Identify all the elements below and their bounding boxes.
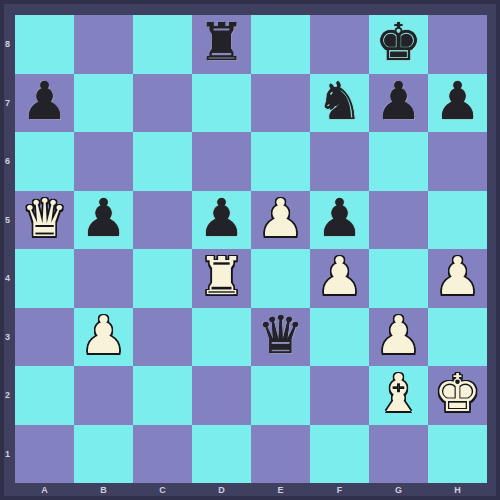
rank-label-2: 2 [0, 366, 15, 425]
white-pawn[interactable]: ♟ [257, 192, 304, 244]
square-a2[interactable] [15, 366, 74, 425]
file-label-h: H [428, 483, 487, 497]
rank-label-7: 7 [0, 74, 15, 133]
black-pawn[interactable]: ♟ [375, 75, 422, 127]
square-h2[interactable]: ♚ [428, 366, 487, 425]
file-label-f: F [310, 483, 369, 497]
square-a1[interactable] [15, 425, 74, 484]
black-pawn[interactable]: ♟ [80, 192, 127, 244]
black-king[interactable]: ♚ [375, 16, 422, 68]
white-pawn[interactable]: ♟ [80, 309, 127, 361]
black-queen[interactable]: ♛ [257, 309, 304, 361]
square-d7[interactable] [192, 74, 251, 133]
black-pawn[interactable]: ♟ [316, 192, 363, 244]
rank-label-8: 8 [0, 15, 15, 74]
black-pawn[interactable]: ♟ [21, 75, 68, 127]
square-f3[interactable] [310, 308, 369, 367]
square-a4[interactable] [15, 249, 74, 308]
square-c1[interactable] [133, 425, 192, 484]
square-b7[interactable] [74, 74, 133, 133]
black-pawn[interactable]: ♟ [198, 192, 245, 244]
square-h8[interactable] [428, 15, 487, 74]
white-pawn[interactable]: ♟ [375, 309, 422, 361]
file-label-b: B [74, 483, 133, 497]
white-pawn[interactable]: ♟ [316, 250, 363, 302]
square-d5[interactable]: ♟ [192, 191, 251, 250]
square-f4[interactable]: ♟ [310, 249, 369, 308]
file-labels: ABCDEFGH [15, 483, 487, 497]
black-rook[interactable]: ♜ [198, 16, 245, 68]
square-d1[interactable] [192, 425, 251, 484]
square-b6[interactable] [74, 132, 133, 191]
square-h5[interactable] [428, 191, 487, 250]
rank-label-1: 1 [0, 425, 15, 484]
square-a6[interactable] [15, 132, 74, 191]
square-f5[interactable]: ♟ [310, 191, 369, 250]
square-f8[interactable] [310, 15, 369, 74]
white-king[interactable]: ♚ [434, 367, 481, 419]
file-label-d: D [192, 483, 251, 497]
square-a3[interactable] [15, 308, 74, 367]
chess-board: ♜♚♟♞♟♟♛♟♟♟♟♜♟♟♟♛♟♝♚ [15, 15, 487, 483]
rank-label-3: 3 [0, 308, 15, 367]
file-label-c: C [133, 483, 192, 497]
square-c2[interactable] [133, 366, 192, 425]
square-f1[interactable] [310, 425, 369, 484]
square-e3[interactable]: ♛ [251, 308, 310, 367]
square-c3[interactable] [133, 308, 192, 367]
square-b4[interactable] [74, 249, 133, 308]
square-e7[interactable] [251, 74, 310, 133]
square-f6[interactable] [310, 132, 369, 191]
rank-label-5: 5 [0, 191, 15, 250]
square-f7[interactable]: ♞ [310, 74, 369, 133]
square-g4[interactable] [369, 249, 428, 308]
square-e5[interactable]: ♟ [251, 191, 310, 250]
square-d2[interactable] [192, 366, 251, 425]
square-g7[interactable]: ♟ [369, 74, 428, 133]
square-a5[interactable]: ♛ [15, 191, 74, 250]
square-h3[interactable] [428, 308, 487, 367]
file-label-a: A [15, 483, 74, 497]
square-c4[interactable] [133, 249, 192, 308]
white-bishop[interactable]: ♝ [375, 367, 422, 419]
black-knight[interactable]: ♞ [316, 75, 363, 127]
square-c5[interactable] [133, 191, 192, 250]
square-c6[interactable] [133, 132, 192, 191]
square-b3[interactable]: ♟ [74, 308, 133, 367]
square-g1[interactable] [369, 425, 428, 484]
square-g8[interactable]: ♚ [369, 15, 428, 74]
rank-label-6: 6 [0, 132, 15, 191]
square-e2[interactable] [251, 366, 310, 425]
square-g5[interactable] [369, 191, 428, 250]
square-a7[interactable]: ♟ [15, 74, 74, 133]
square-b8[interactable] [74, 15, 133, 74]
square-d8[interactable]: ♜ [192, 15, 251, 74]
white-rook[interactable]: ♜ [198, 250, 245, 302]
square-e4[interactable] [251, 249, 310, 308]
square-h1[interactable] [428, 425, 487, 484]
square-b5[interactable]: ♟ [74, 191, 133, 250]
square-e1[interactable] [251, 425, 310, 484]
square-b1[interactable] [74, 425, 133, 484]
square-h7[interactable]: ♟ [428, 74, 487, 133]
black-pawn[interactable]: ♟ [434, 75, 481, 127]
rank-label-4: 4 [0, 249, 15, 308]
square-h4[interactable]: ♟ [428, 249, 487, 308]
square-d4[interactable]: ♜ [192, 249, 251, 308]
white-queen[interactable]: ♛ [21, 192, 68, 244]
square-d6[interactable] [192, 132, 251, 191]
square-b2[interactable] [74, 366, 133, 425]
square-d3[interactable] [192, 308, 251, 367]
square-c7[interactable] [133, 74, 192, 133]
file-label-g: G [369, 483, 428, 497]
square-g3[interactable]: ♟ [369, 308, 428, 367]
square-a8[interactable] [15, 15, 74, 74]
square-g2[interactable]: ♝ [369, 366, 428, 425]
rank-labels: 87654321 [0, 15, 15, 483]
square-e8[interactable] [251, 15, 310, 74]
square-f2[interactable] [310, 366, 369, 425]
square-c8[interactable] [133, 15, 192, 74]
square-g6[interactable] [369, 132, 428, 191]
square-e6[interactable] [251, 132, 310, 191]
file-label-e: E [251, 483, 310, 497]
square-h6[interactable] [428, 132, 487, 191]
chess-board-frame: 87654321 ♜♚♟♞♟♟♛♟♟♟♟♜♟♟♟♛♟♝♚ ABCDEFGH [0, 0, 500, 500]
white-pawn[interactable]: ♟ [434, 250, 481, 302]
